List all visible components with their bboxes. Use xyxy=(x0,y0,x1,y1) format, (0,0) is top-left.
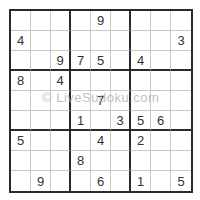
sudoku-cell-r2c6[interactable] xyxy=(111,31,131,51)
sudoku-cell-r6c1[interactable] xyxy=(11,111,31,131)
sudoku-cell-r6c6[interactable]: 3 xyxy=(111,111,131,131)
sudoku-cell-r5c5[interactable]: 7 xyxy=(91,91,111,111)
sudoku-cell-r3c7[interactable]: 4 xyxy=(131,51,151,71)
sudoku-cell-r5c2[interactable] xyxy=(31,91,51,111)
sudoku-cell-r4c2[interactable] xyxy=(31,71,51,91)
sudoku-cell-r3c6[interactable] xyxy=(111,51,131,71)
sudoku-cell-r4c5[interactable] xyxy=(91,71,111,91)
sudoku-cell-r8c8[interactable] xyxy=(151,151,171,171)
sudoku-cell-r1c7[interactable] xyxy=(131,11,151,31)
sudoku-cell-r3c9[interactable] xyxy=(171,51,191,71)
sudoku-cell-r5c1[interactable] xyxy=(11,91,31,111)
sudoku-cell-r4c8[interactable] xyxy=(151,71,171,91)
sudoku-cell-r8c1[interactable] xyxy=(11,151,31,171)
sudoku-cell-r8c6[interactable] xyxy=(111,151,131,171)
sudoku-cell-r5c6[interactable] xyxy=(111,91,131,111)
sudoku-cell-r1c1[interactable] xyxy=(11,11,31,31)
sudoku-cell-r3c4[interactable]: 7 xyxy=(71,51,91,71)
sudoku-cell-r7c4[interactable] xyxy=(71,131,91,151)
sudoku-cell-r7c6[interactable] xyxy=(111,131,131,151)
sudoku-cell-r6c9[interactable] xyxy=(171,111,191,131)
sudoku-cell-r9c5[interactable]: 6 xyxy=(91,171,111,191)
sudoku-cell-r6c5[interactable] xyxy=(91,111,111,131)
sudoku-cell-r9c3[interactable] xyxy=(51,171,71,191)
sudoku-cell-r8c4[interactable]: 8 xyxy=(71,151,91,171)
sudoku-cell-r3c5[interactable]: 5 xyxy=(91,51,111,71)
sudoku-cell-r3c3[interactable]: 9 xyxy=(51,51,71,71)
sudoku-cell-r1c9[interactable] xyxy=(171,11,191,31)
sudoku-cell-r9c8[interactable] xyxy=(151,171,171,191)
sudoku-cell-r7c8[interactable] xyxy=(151,131,171,151)
sudoku-cell-r3c2[interactable] xyxy=(31,51,51,71)
sudoku-cell-r2c8[interactable] xyxy=(151,31,171,51)
sudoku-cell-r9c1[interactable] xyxy=(11,171,31,191)
sudoku-cell-r1c6[interactable] xyxy=(111,11,131,31)
sudoku-cell-r9c6[interactable] xyxy=(111,171,131,191)
sudoku-cell-r1c3[interactable] xyxy=(51,11,71,31)
sudoku-cell-r2c4[interactable] xyxy=(71,31,91,51)
sudoku-cell-r8c5[interactable] xyxy=(91,151,111,171)
sudoku-cell-r8c9[interactable] xyxy=(171,151,191,171)
sudoku-cell-r6c3[interactable] xyxy=(51,111,71,131)
sudoku-cell-r4c6[interactable] xyxy=(111,71,131,91)
sudoku-cell-r4c1[interactable]: 8 xyxy=(11,71,31,91)
sudoku-board: 9439754847135654289615 xyxy=(9,9,193,193)
sudoku-cell-r4c7[interactable] xyxy=(131,71,151,91)
sudoku-cell-r7c3[interactable] xyxy=(51,131,71,151)
sudoku-cell-r2c1[interactable]: 4 xyxy=(11,31,31,51)
sudoku-cell-r7c5[interactable]: 4 xyxy=(91,131,111,151)
sudoku-cell-r5c3[interactable] xyxy=(51,91,71,111)
sudoku-cell-r6c8[interactable]: 6 xyxy=(151,111,171,131)
sudoku-cell-r2c3[interactable] xyxy=(51,31,71,51)
sudoku-cell-r7c7[interactable]: 2 xyxy=(131,131,151,151)
sudoku-cell-r8c7[interactable] xyxy=(131,151,151,171)
sudoku-cell-r4c9[interactable] xyxy=(171,71,191,91)
sudoku-cell-r3c8[interactable] xyxy=(151,51,171,71)
sudoku-cell-r3c1[interactable] xyxy=(11,51,31,71)
sudoku-cell-r1c8[interactable] xyxy=(151,11,171,31)
sudoku-cell-r1c2[interactable] xyxy=(31,11,51,31)
sudoku-cell-r6c2[interactable] xyxy=(31,111,51,131)
sudoku-cell-r5c7[interactable] xyxy=(131,91,151,111)
sudoku-cell-r6c7[interactable]: 5 xyxy=(131,111,151,131)
sudoku-cell-r2c7[interactable] xyxy=(131,31,151,51)
sudoku-cell-r9c7[interactable]: 1 xyxy=(131,171,151,191)
sudoku-cell-r5c8[interactable] xyxy=(151,91,171,111)
sudoku-cell-r8c3[interactable] xyxy=(51,151,71,171)
sudoku-cell-r7c1[interactable]: 5 xyxy=(11,131,31,151)
sudoku-cell-r9c2[interactable]: 9 xyxy=(31,171,51,191)
sudoku-cell-r7c9[interactable] xyxy=(171,131,191,151)
sudoku-cell-r2c2[interactable] xyxy=(31,31,51,51)
sudoku-cell-r5c4[interactable] xyxy=(71,91,91,111)
sudoku-cell-r9c4[interactable] xyxy=(71,171,91,191)
sudoku-cell-r8c2[interactable] xyxy=(31,151,51,171)
sudoku-cell-r1c4[interactable] xyxy=(71,11,91,31)
sudoku-cell-r9c9[interactable]: 5 xyxy=(171,171,191,191)
sudoku-cell-r4c4[interactable] xyxy=(71,71,91,91)
sudoku-cell-r2c9[interactable]: 3 xyxy=(171,31,191,51)
sudoku-cell-r7c2[interactable] xyxy=(31,131,51,151)
sudoku-cell-r5c9[interactable] xyxy=(171,91,191,111)
sudoku-cell-r4c3[interactable]: 4 xyxy=(51,71,71,91)
sudoku-cell-r2c5[interactable] xyxy=(91,31,111,51)
sudoku-cell-r1c5[interactable]: 9 xyxy=(91,11,111,31)
sudoku-cell-r6c4[interactable]: 1 xyxy=(71,111,91,131)
